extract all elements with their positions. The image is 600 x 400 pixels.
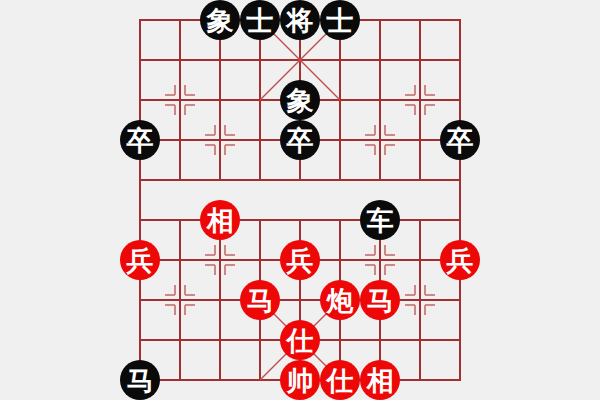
- piece-black-elephant[interactable]: 象: [200, 0, 240, 40]
- piece-black-elephant[interactable]: 象: [280, 80, 320, 120]
- piece-black-pawn[interactable]: 卒: [120, 120, 160, 160]
- piece-black-horse[interactable]: 马: [120, 360, 160, 400]
- piece-black-advisor[interactable]: 士: [320, 0, 360, 40]
- piece-red-pawn[interactable]: 兵: [280, 240, 320, 280]
- piece-red-advisor[interactable]: 仕: [280, 320, 320, 360]
- piece-black-chariot[interactable]: 车: [360, 200, 400, 240]
- piece-red-cannon[interactable]: 炮: [320, 280, 360, 320]
- piece-red-pawn[interactable]: 兵: [120, 240, 160, 280]
- piece-black-pawn[interactable]: 卒: [440, 120, 480, 160]
- piece-red-advisor[interactable]: 仕: [320, 360, 360, 400]
- piece-red-general[interactable]: 帅: [280, 360, 320, 400]
- piece-red-elephant[interactable]: 相: [200, 200, 240, 240]
- piece-black-general[interactable]: 将: [280, 0, 320, 40]
- piece-red-horse[interactable]: 马: [240, 280, 280, 320]
- xiangqi-board: 象士将士象卒卒卒相车兵兵兵马炮马仕马帅仕相: [0, 0, 600, 400]
- piece-red-horse[interactable]: 马: [360, 280, 400, 320]
- piece-red-elephant[interactable]: 相: [360, 360, 400, 400]
- piece-black-pawn[interactable]: 卒: [280, 120, 320, 160]
- piece-red-pawn[interactable]: 兵: [440, 240, 480, 280]
- pieces-layer: 象士将士象卒卒卒相车兵兵兵马炮马仕马帅仕相: [0, 0, 600, 400]
- piece-black-advisor[interactable]: 士: [240, 0, 280, 40]
